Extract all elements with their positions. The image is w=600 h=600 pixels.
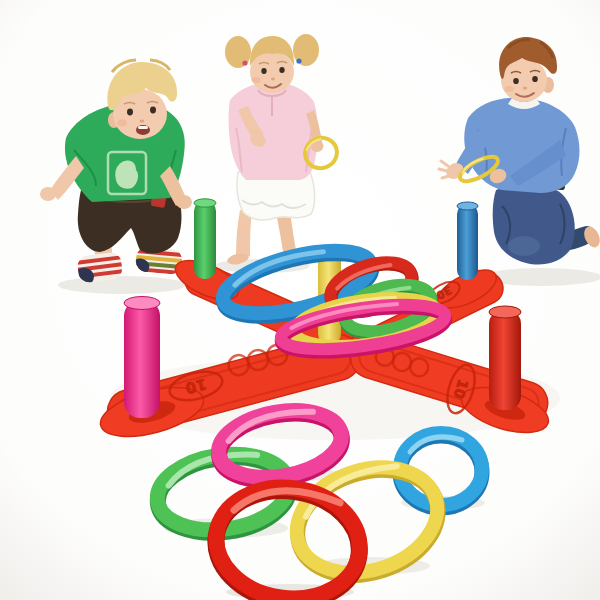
- nose: [140, 119, 145, 122]
- right-hair-tie: [296, 58, 301, 63]
- product-photo: 30 10 10: [0, 0, 600, 600]
- red-peg: [489, 306, 521, 410]
- pink-peg: [124, 297, 160, 419]
- right-eye: [150, 107, 156, 114]
- blush: [117, 120, 127, 127]
- girl-right-eye: [279, 67, 284, 73]
- girl-blush: [252, 77, 261, 83]
- jeans-knee-highlight: [508, 236, 540, 256]
- boy-nose: [523, 87, 527, 90]
- ring-toss-scene: 30 10 10: [0, 0, 600, 600]
- girl-left-eye: [261, 68, 266, 74]
- boy-right-eye: [532, 76, 538, 82]
- boy-left-eye: [513, 78, 519, 84]
- left-toddler-left-hand: [40, 187, 56, 201]
- left-eye: [127, 109, 133, 116]
- left-toddler-right-hand: [176, 195, 192, 209]
- green-peg: [194, 199, 216, 279]
- teeth: [138, 126, 148, 129]
- boy-blush: [505, 86, 514, 92]
- boy-head: [499, 37, 557, 102]
- blue-peg: [457, 202, 478, 280]
- left-toddler-shadow: [58, 276, 186, 294]
- left-hair-tie: [242, 60, 247, 65]
- girl-nose: [271, 78, 275, 81]
